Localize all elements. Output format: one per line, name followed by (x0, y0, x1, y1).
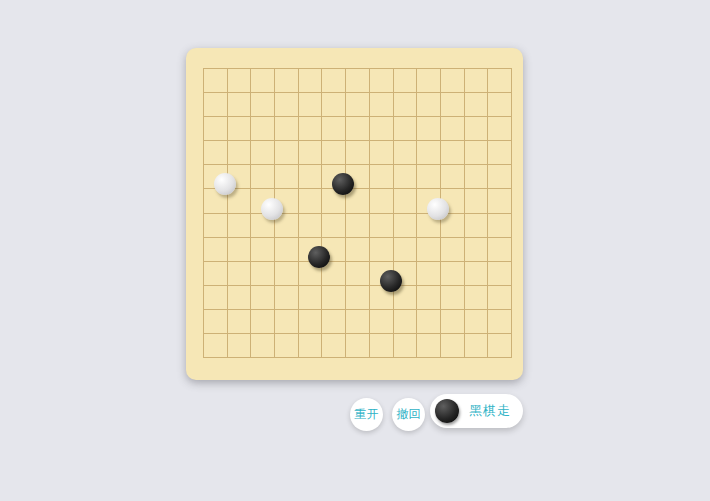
board-cell[interactable] (298, 285, 322, 309)
board-cell[interactable] (298, 92, 322, 116)
board-cell[interactable] (487, 333, 511, 357)
gomoku-board[interactable] (186, 48, 523, 380)
black-stone (332, 173, 354, 195)
board-cell[interactable] (321, 140, 345, 164)
board-cell[interactable] (440, 261, 464, 285)
board-cell[interactable] (393, 164, 417, 188)
board-cell[interactable] (345, 92, 369, 116)
board-cell[interactable] (440, 285, 464, 309)
board-cell[interactable] (250, 68, 274, 92)
board-cell[interactable] (250, 92, 274, 116)
white-stone (261, 198, 283, 220)
board-cell[interactable] (416, 333, 440, 357)
board-cell[interactable] (487, 140, 511, 164)
board-cell[interactable] (393, 333, 417, 357)
board-cell[interactable] (487, 116, 511, 140)
board-cell[interactable] (345, 116, 369, 140)
board-cell[interactable] (203, 333, 227, 357)
board-cell[interactable] (393, 140, 417, 164)
board-cell[interactable] (203, 92, 227, 116)
board-cell[interactable] (345, 309, 369, 333)
board-cell[interactable] (487, 309, 511, 333)
board-cell[interactable] (369, 116, 393, 140)
undo-button[interactable]: 撤回 (392, 398, 425, 431)
board-cell[interactable] (298, 140, 322, 164)
board-cell[interactable] (321, 309, 345, 333)
board-cell[interactable] (393, 92, 417, 116)
board-cell[interactable] (274, 333, 298, 357)
board-cell[interactable] (416, 164, 440, 188)
board-cell[interactable] (464, 261, 488, 285)
board-cell[interactable] (416, 116, 440, 140)
board-cell[interactable] (203, 309, 227, 333)
board-cell[interactable] (440, 92, 464, 116)
board-cell[interactable] (393, 68, 417, 92)
board-cell[interactable] (250, 237, 274, 261)
board-cell[interactable] (369, 309, 393, 333)
board-cell[interactable] (487, 68, 511, 92)
board-cell[interactable] (298, 333, 322, 357)
board-cell[interactable] (274, 92, 298, 116)
board-cell[interactable] (440, 116, 464, 140)
board-cell[interactable] (440, 164, 464, 188)
board-cell[interactable] (464, 237, 488, 261)
board-cell[interactable] (487, 237, 511, 261)
board-cell[interactable] (464, 164, 488, 188)
board-cell[interactable] (369, 188, 393, 212)
board-cell[interactable] (440, 140, 464, 164)
board-cell[interactable] (487, 213, 511, 237)
board-cell[interactable] (274, 68, 298, 92)
board-cell[interactable] (227, 116, 251, 140)
board-cell[interactable] (250, 333, 274, 357)
board-cell[interactable] (345, 261, 369, 285)
board-cell[interactable] (227, 237, 251, 261)
restart-button-label: 重开 (355, 406, 379, 423)
board-cell[interactable] (298, 164, 322, 188)
board-cell[interactable] (345, 68, 369, 92)
board-cell[interactable] (464, 140, 488, 164)
board-cell[interactable] (416, 285, 440, 309)
board-cell[interactable] (440, 68, 464, 92)
black-stone (380, 270, 402, 292)
board-cell[interactable] (203, 237, 227, 261)
turn-indicator: 黑棋走 (430, 394, 523, 428)
board-cell[interactable] (416, 68, 440, 92)
board-cell[interactable] (440, 237, 464, 261)
board-cell[interactable] (298, 309, 322, 333)
board-cell[interactable] (464, 309, 488, 333)
board-cell[interactable] (416, 140, 440, 164)
board-cell[interactable] (369, 164, 393, 188)
board-cell[interactable] (250, 309, 274, 333)
board-cell[interactable] (487, 92, 511, 116)
board-cell[interactable] (321, 285, 345, 309)
board-cell[interactable] (227, 285, 251, 309)
board-cell[interactable] (250, 285, 274, 309)
board-cell[interactable] (321, 68, 345, 92)
board-cell[interactable] (274, 164, 298, 188)
board-cell[interactable] (487, 188, 511, 212)
board-cell[interactable] (203, 213, 227, 237)
board-cell[interactable] (345, 285, 369, 309)
board-cell[interactable] (393, 309, 417, 333)
board-cell[interactable] (203, 116, 227, 140)
board-cell[interactable] (298, 213, 322, 237)
board-cell[interactable] (250, 140, 274, 164)
board-cell[interactable] (321, 333, 345, 357)
board-cell[interactable] (487, 164, 511, 188)
board-cell[interactable] (274, 237, 298, 261)
board-cell[interactable] (369, 140, 393, 164)
board-cell[interactable] (250, 116, 274, 140)
board-cell[interactable] (203, 285, 227, 309)
board-cell[interactable] (298, 116, 322, 140)
board-cell[interactable] (416, 237, 440, 261)
board-cell[interactable] (203, 68, 227, 92)
board-cell[interactable] (345, 140, 369, 164)
black-stone-icon (435, 399, 459, 423)
board-cell[interactable] (393, 213, 417, 237)
board-cell[interactable] (487, 285, 511, 309)
board-cell[interactable] (274, 116, 298, 140)
board-cell[interactable] (203, 261, 227, 285)
board-grid[interactable] (203, 68, 512, 358)
board-cell[interactable] (464, 188, 488, 212)
board-cell[interactable] (227, 140, 251, 164)
board-cell[interactable] (464, 333, 488, 357)
board-cell[interactable] (321, 116, 345, 140)
board-cell[interactable] (250, 164, 274, 188)
board-cell[interactable] (227, 92, 251, 116)
board-cell[interactable] (487, 261, 511, 285)
board-cell[interactable] (274, 140, 298, 164)
board-cell[interactable] (416, 261, 440, 285)
board-cell[interactable] (250, 261, 274, 285)
board-cell[interactable] (345, 213, 369, 237)
board-cell[interactable] (464, 213, 488, 237)
board-cell[interactable] (369, 237, 393, 261)
board-cell[interactable] (227, 68, 251, 92)
board-cell[interactable] (440, 309, 464, 333)
board-cell[interactable] (440, 333, 464, 357)
board-cell[interactable] (393, 116, 417, 140)
white-stone (427, 198, 449, 220)
board-cell[interactable] (274, 285, 298, 309)
board-cell[interactable] (393, 188, 417, 212)
board-cell[interactable] (464, 92, 488, 116)
board-cell[interactable] (298, 68, 322, 92)
board-cell[interactable] (298, 188, 322, 212)
board-cell[interactable] (416, 309, 440, 333)
board-cell[interactable] (227, 333, 251, 357)
board-cell[interactable] (345, 333, 369, 357)
board-cell[interactable] (321, 92, 345, 116)
board-cell[interactable] (369, 213, 393, 237)
board-cell[interactable] (227, 309, 251, 333)
board-cell[interactable] (464, 116, 488, 140)
undo-button-label: 撤回 (397, 406, 421, 423)
board-cell[interactable] (416, 92, 440, 116)
board-cell[interactable] (227, 213, 251, 237)
black-stone (308, 246, 330, 268)
board-cell[interactable] (369, 333, 393, 357)
board-cell[interactable] (369, 92, 393, 116)
board-cell[interactable] (464, 285, 488, 309)
board-cell[interactable] (274, 261, 298, 285)
board-cell[interactable] (274, 309, 298, 333)
restart-button[interactable]: 重开 (350, 398, 383, 431)
board-cell[interactable] (345, 237, 369, 261)
board-cell[interactable] (227, 261, 251, 285)
turn-indicator-label: 黑棋走 (469, 402, 511, 420)
board-cell[interactable] (321, 213, 345, 237)
board-cell[interactable] (203, 140, 227, 164)
white-stone (214, 173, 236, 195)
board-cell[interactable] (464, 68, 488, 92)
board-cell[interactable] (393, 237, 417, 261)
board-cell[interactable] (369, 68, 393, 92)
